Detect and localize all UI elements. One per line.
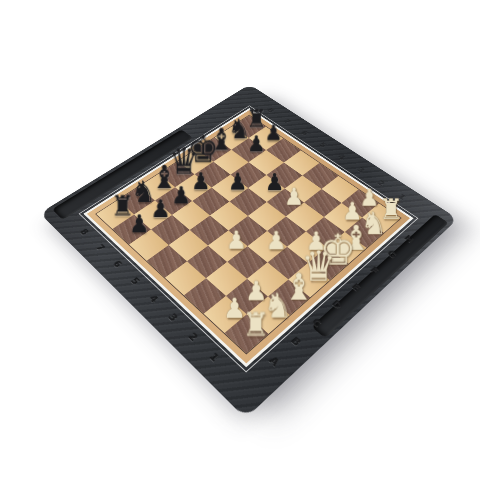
rank-label-far: 5 <box>314 139 331 151</box>
rank-label: 8 <box>74 225 93 240</box>
white-pawn[interactable]: ♟ <box>284 185 304 209</box>
black-pawn[interactable]: ♟ <box>191 170 211 193</box>
file-label: A <box>263 352 286 373</box>
white-pawn[interactable]: ♟ <box>266 228 287 253</box>
chess-board-frame: ♜♞♝♛♚♝♞♜♟♟♟♟♟♟♟♟♟♟♟♟♟♟♟♟♜♞♝♛♚♝♞♜ 8A87B76… <box>40 84 458 418</box>
rank-label: 5 <box>125 273 146 290</box>
rank-label-far: 6 <box>296 128 313 139</box>
black-pawn[interactable]: ♟ <box>247 133 266 155</box>
white-rook[interactable]: ♜ <box>242 309 270 342</box>
black-pawn[interactable]: ♟ <box>264 122 282 144</box>
rank-label: 6 <box>107 256 127 272</box>
rank-label-far: 4 <box>333 151 351 163</box>
white-pawn[interactable]: ♟ <box>226 228 247 253</box>
file-label: B <box>285 332 307 352</box>
rank-label: 3 <box>162 309 184 328</box>
rank-label: 1 <box>203 348 226 368</box>
board-scene: ♜♞♝♛♚♝♞♜♟♟♟♟♟♟♟♟♟♟♟♟♟♟♟♟♜♞♝♛♚♝♞♜ 8A87B76… <box>0 0 480 480</box>
black-pawn[interactable]: ♟ <box>129 211 150 236</box>
rank-label: 2 <box>182 328 204 348</box>
black-pawn[interactable]: ♟ <box>228 171 248 194</box>
rank-label-far: 3 <box>352 164 370 177</box>
board-mat: ♜♞♝♛♚♝♞♜♟♟♟♟♟♟♟♟♟♟♟♟♟♟♟♟♜♞♝♛♚♝♞♜ <box>83 108 413 367</box>
rank-label: 4 <box>143 290 164 308</box>
black-pawn[interactable]: ♟ <box>150 197 170 221</box>
product-photo-page: ♜♞♝♛♚♝♞♜♟♟♟♟♟♟♟♟♟♟♟♟♟♟♟♟♜♞♝♛♚♝♞♜ 8A87B76… <box>0 0 480 480</box>
chess-board-grid: ♜♞♝♛♚♝♞♜♟♟♟♟♟♟♟♟♟♟♟♟♟♟♟♟♜♞♝♛♚♝♞♜ <box>95 115 401 355</box>
black-pawn[interactable]: ♟ <box>171 183 191 207</box>
black-pawn[interactable]: ♟ <box>265 171 285 194</box>
rank-label: 7 <box>90 240 110 256</box>
